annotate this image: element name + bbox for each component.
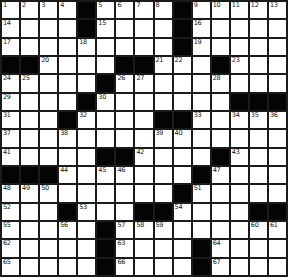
- white-cell[interactable]: [231, 130, 248, 146]
- white-cell[interactable]: 25: [21, 75, 38, 91]
- white-cell[interactable]: [212, 222, 229, 238]
- white-cell[interactable]: [174, 240, 191, 256]
- white-cell[interactable]: [155, 167, 172, 183]
- white-cell[interactable]: [250, 39, 267, 55]
- white-cell[interactable]: [250, 259, 267, 275]
- white-cell[interactable]: [135, 39, 152, 55]
- white-cell[interactable]: [78, 149, 95, 165]
- black-cell: [155, 112, 172, 128]
- white-cell[interactable]: [40, 240, 57, 256]
- clue-number: 52: [3, 204, 11, 211]
- white-cell[interactable]: 12: [250, 2, 267, 18]
- clue-number: 17: [3, 39, 11, 46]
- clue-number: 66: [117, 259, 125, 266]
- white-cell[interactable]: [269, 130, 286, 146]
- white-cell[interactable]: [40, 259, 57, 275]
- white-cell[interactable]: 23: [231, 57, 248, 73]
- white-cell[interactable]: [59, 259, 76, 275]
- clue-number: 5: [98, 2, 102, 9]
- white-cell[interactable]: 67: [212, 259, 229, 275]
- white-cell[interactable]: [269, 167, 286, 183]
- white-cell[interactable]: [116, 39, 133, 55]
- clue-number: 63: [117, 240, 125, 247]
- clue-number: 1: [3, 2, 7, 9]
- white-cell[interactable]: 36: [269, 112, 286, 128]
- white-cell[interactable]: [174, 94, 191, 110]
- clue-number: 62: [3, 240, 11, 247]
- white-cell[interactable]: 34: [231, 112, 248, 128]
- white-cell[interactable]: 57: [116, 222, 133, 238]
- clue-number: 56: [60, 222, 68, 229]
- white-cell[interactable]: 59: [155, 222, 172, 238]
- white-cell[interactable]: 41: [2, 149, 19, 165]
- clue-number: 37: [3, 130, 11, 137]
- white-cell[interactable]: [269, 75, 286, 91]
- white-cell[interactable]: 48: [2, 185, 19, 201]
- white-cell[interactable]: [155, 94, 172, 110]
- white-cell[interactable]: [212, 20, 229, 36]
- white-cell[interactable]: [231, 39, 248, 55]
- clue-number: 50: [41, 185, 49, 192]
- clue-number: 26: [117, 75, 125, 82]
- white-cell[interactable]: [21, 259, 38, 275]
- black-cell: [97, 75, 114, 91]
- white-cell[interactable]: 49: [21, 185, 38, 201]
- clue-number: 34: [232, 112, 240, 119]
- crossword-grid: 1234567891011121314151617181920212223242…: [0, 0, 288, 277]
- white-cell[interactable]: 51: [193, 185, 210, 201]
- white-cell[interactable]: 10: [212, 2, 229, 18]
- clue-number: 61: [270, 222, 278, 229]
- white-cell[interactable]: [135, 240, 152, 256]
- white-cell[interactable]: 52: [2, 204, 19, 220]
- black-cell: [193, 259, 210, 275]
- white-cell[interactable]: [21, 130, 38, 146]
- clue-number: 2: [22, 2, 26, 9]
- clue-number: 49: [22, 185, 30, 192]
- white-cell[interactable]: [116, 185, 133, 201]
- white-cell[interactable]: 65: [2, 259, 19, 275]
- white-cell[interactable]: 62: [2, 240, 19, 256]
- white-cell[interactable]: 1: [2, 2, 19, 18]
- white-cell[interactable]: [193, 222, 210, 238]
- white-cell[interactable]: [231, 185, 248, 201]
- black-cell: [78, 94, 95, 110]
- white-cell[interactable]: 44: [59, 167, 76, 183]
- white-cell[interactable]: [135, 112, 152, 128]
- white-cell[interactable]: [21, 222, 38, 238]
- white-cell[interactable]: [59, 39, 76, 55]
- white-cell[interactable]: [193, 94, 210, 110]
- white-cell[interactable]: 8: [155, 2, 172, 18]
- white-cell[interactable]: 50: [40, 185, 57, 201]
- clue-number: 60: [251, 222, 259, 229]
- white-cell[interactable]: [97, 57, 114, 73]
- white-cell[interactable]: 35: [250, 112, 267, 128]
- white-cell[interactable]: [155, 149, 172, 165]
- white-cell[interactable]: 33: [193, 112, 210, 128]
- white-cell[interactable]: 37: [2, 130, 19, 146]
- white-cell[interactable]: [250, 185, 267, 201]
- black-cell: [2, 57, 19, 73]
- white-cell[interactable]: [78, 130, 95, 146]
- white-cell[interactable]: [21, 94, 38, 110]
- white-cell[interactable]: [116, 130, 133, 146]
- white-cell[interactable]: 54: [174, 204, 191, 220]
- white-cell[interactable]: 53: [78, 204, 95, 220]
- black-cell: [135, 204, 152, 220]
- white-cell[interactable]: [155, 39, 172, 55]
- clue-number: 10: [213, 2, 221, 9]
- black-cell: [269, 94, 286, 110]
- clue-number: 40: [175, 130, 183, 137]
- clue-number: 22: [175, 57, 183, 64]
- white-cell[interactable]: [40, 20, 57, 36]
- white-cell[interactable]: [40, 112, 57, 128]
- black-cell: [21, 57, 38, 73]
- white-cell[interactable]: 20: [40, 57, 57, 73]
- clue-number: 36: [270, 112, 278, 119]
- white-cell[interactable]: 27: [135, 75, 152, 91]
- clue-number: 7: [136, 2, 140, 9]
- clue-number: 55: [3, 222, 11, 229]
- white-cell[interactable]: [250, 75, 267, 91]
- black-cell: [2, 167, 19, 183]
- white-cell[interactable]: [40, 204, 57, 220]
- black-cell: [174, 39, 191, 55]
- white-cell[interactable]: [269, 240, 286, 256]
- clue-number: 29: [3, 94, 11, 101]
- white-cell[interactable]: [250, 20, 267, 36]
- white-cell[interactable]: [135, 130, 152, 146]
- white-cell[interactable]: 22: [174, 57, 191, 73]
- white-cell[interactable]: [135, 94, 152, 110]
- white-cell[interactable]: [78, 75, 95, 91]
- clue-number: 30: [98, 94, 106, 101]
- black-cell: [78, 20, 95, 36]
- white-cell[interactable]: [59, 94, 76, 110]
- white-cell[interactable]: [21, 20, 38, 36]
- black-cell: [97, 149, 114, 165]
- clue-number: 53: [79, 204, 87, 211]
- white-cell[interactable]: 43: [231, 149, 248, 165]
- white-cell[interactable]: [59, 240, 76, 256]
- white-cell[interactable]: [250, 167, 267, 183]
- white-cell[interactable]: [155, 20, 172, 36]
- white-cell[interactable]: 28: [212, 75, 229, 91]
- clue-number: 13: [270, 2, 278, 9]
- black-cell: [250, 204, 267, 220]
- clue-number: 16: [194, 20, 202, 27]
- clue-number: 51: [194, 185, 202, 192]
- white-cell[interactable]: [231, 240, 248, 256]
- white-cell[interactable]: [59, 57, 76, 73]
- white-cell[interactable]: [21, 149, 38, 165]
- white-cell[interactable]: [21, 240, 38, 256]
- white-cell[interactable]: 11: [231, 2, 248, 18]
- clue-number: 25: [22, 75, 30, 82]
- white-cell[interactable]: [212, 185, 229, 201]
- white-cell[interactable]: [250, 130, 267, 146]
- white-cell[interactable]: [155, 259, 172, 275]
- white-cell[interactable]: [116, 204, 133, 220]
- clue-number: 18: [79, 39, 87, 46]
- black-cell: [174, 20, 191, 36]
- black-cell: [97, 259, 114, 275]
- white-cell[interactable]: [78, 57, 95, 73]
- clue-number: 32: [79, 112, 87, 119]
- clue-number: 19: [194, 39, 202, 46]
- clue-number: 39: [156, 130, 164, 137]
- white-cell[interactable]: [269, 259, 286, 275]
- white-cell[interactable]: [135, 20, 152, 36]
- black-cell: [59, 112, 76, 128]
- black-cell: [116, 57, 133, 73]
- white-cell[interactable]: [40, 94, 57, 110]
- white-cell[interactable]: [59, 149, 76, 165]
- white-cell[interactable]: 58: [135, 222, 152, 238]
- black-cell: [231, 94, 248, 110]
- white-cell[interactable]: 4: [59, 2, 76, 18]
- white-cell[interactable]: [78, 240, 95, 256]
- clue-number: 9: [194, 2, 198, 9]
- clue-number: 57: [117, 222, 125, 229]
- clue-number: 38: [60, 130, 68, 137]
- clue-number: 33: [194, 112, 202, 119]
- white-cell[interactable]: [193, 204, 210, 220]
- white-cell[interactable]: [193, 130, 210, 146]
- white-cell[interactable]: [250, 57, 267, 73]
- white-cell[interactable]: 16: [193, 20, 210, 36]
- clue-number: 8: [156, 2, 160, 9]
- white-cell[interactable]: [40, 39, 57, 55]
- clue-number: 58: [136, 222, 144, 229]
- white-cell[interactable]: [78, 185, 95, 201]
- white-cell[interactable]: [193, 57, 210, 73]
- white-cell[interactable]: 42: [135, 149, 152, 165]
- black-cell: [174, 2, 191, 18]
- white-cell[interactable]: [269, 57, 286, 73]
- clue-number: 23: [232, 57, 240, 64]
- white-cell[interactable]: [135, 167, 152, 183]
- white-cell[interactable]: 7: [135, 2, 152, 18]
- clue-number: 14: [3, 20, 11, 27]
- clue-number: 6: [117, 2, 121, 9]
- white-cell[interactable]: 18: [78, 39, 95, 55]
- white-cell[interactable]: [78, 222, 95, 238]
- white-cell[interactable]: [193, 149, 210, 165]
- white-cell[interactable]: [116, 112, 133, 128]
- white-cell[interactable]: 14: [2, 20, 19, 36]
- white-cell[interactable]: [231, 259, 248, 275]
- white-cell[interactable]: [59, 185, 76, 201]
- white-cell[interactable]: 60: [250, 222, 267, 238]
- clue-number: 4: [60, 2, 64, 9]
- white-cell[interactable]: 3: [40, 2, 57, 18]
- clue-number: 11: [232, 2, 240, 9]
- white-cell[interactable]: [78, 167, 95, 183]
- clue-number: 47: [213, 167, 221, 174]
- white-cell[interactable]: [212, 204, 229, 220]
- black-cell: [212, 57, 229, 73]
- black-cell: [250, 94, 267, 110]
- black-cell: [116, 149, 133, 165]
- clue-number: 42: [136, 149, 144, 156]
- white-cell[interactable]: [155, 75, 172, 91]
- white-cell[interactable]: [212, 94, 229, 110]
- white-cell[interactable]: 56: [59, 222, 76, 238]
- white-cell[interactable]: 46: [116, 167, 133, 183]
- clue-number: 67: [213, 259, 221, 266]
- clue-number: 48: [3, 185, 11, 192]
- clue-number: 24: [3, 75, 11, 82]
- white-cell[interactable]: [97, 130, 114, 146]
- white-cell[interactable]: [97, 185, 114, 201]
- clue-number: 44: [60, 167, 68, 174]
- white-cell[interactable]: 47: [212, 167, 229, 183]
- white-cell[interactable]: [174, 167, 191, 183]
- white-cell[interactable]: 63: [116, 240, 133, 256]
- white-cell[interactable]: 55: [2, 222, 19, 238]
- white-cell[interactable]: [40, 75, 57, 91]
- black-cell: [193, 240, 210, 256]
- white-cell[interactable]: 39: [155, 130, 172, 146]
- clue-number: 3: [41, 2, 45, 9]
- white-cell[interactable]: 64: [212, 240, 229, 256]
- white-cell[interactable]: [40, 149, 57, 165]
- clue-number: 21: [156, 57, 164, 64]
- white-cell[interactable]: [174, 75, 191, 91]
- white-cell[interactable]: 38: [59, 130, 76, 146]
- black-cell: [40, 167, 57, 183]
- white-cell[interactable]: [212, 39, 229, 55]
- white-cell[interactable]: [174, 259, 191, 275]
- white-cell[interactable]: [21, 112, 38, 128]
- black-cell: [193, 167, 210, 183]
- clue-number: 35: [251, 112, 259, 119]
- white-cell[interactable]: [116, 20, 133, 36]
- clue-number: 41: [3, 149, 11, 156]
- black-cell: [59, 204, 76, 220]
- black-cell: [135, 57, 152, 73]
- white-cell[interactable]: [59, 20, 76, 36]
- white-cell[interactable]: [193, 75, 210, 91]
- white-cell[interactable]: [155, 240, 172, 256]
- white-cell[interactable]: 6: [116, 2, 133, 18]
- white-cell[interactable]: [135, 259, 152, 275]
- black-cell: [97, 240, 114, 256]
- clue-number: 43: [232, 149, 240, 156]
- white-cell[interactable]: [21, 39, 38, 55]
- black-cell: [174, 185, 191, 201]
- white-cell[interactable]: [269, 20, 286, 36]
- white-cell[interactable]: 5: [97, 2, 114, 18]
- white-cell[interactable]: 21: [155, 57, 172, 73]
- black-cell: [21, 167, 38, 183]
- white-cell[interactable]: [116, 94, 133, 110]
- white-cell[interactable]: 9: [193, 2, 210, 18]
- black-cell: [269, 204, 286, 220]
- clue-number: 27: [136, 75, 144, 82]
- white-cell[interactable]: [59, 75, 76, 91]
- black-cell: [78, 2, 95, 18]
- white-cell[interactable]: 61: [269, 222, 286, 238]
- white-cell[interactable]: [174, 149, 191, 165]
- white-cell[interactable]: [21, 204, 38, 220]
- white-cell[interactable]: 30: [97, 94, 114, 110]
- white-cell[interactable]: 26: [116, 75, 133, 91]
- clue-number: 31: [3, 112, 11, 119]
- white-cell[interactable]: [174, 222, 191, 238]
- white-cell[interactable]: [97, 39, 114, 55]
- black-cell: [97, 222, 114, 238]
- white-cell[interactable]: 32: [78, 112, 95, 128]
- white-cell[interactable]: 66: [116, 259, 133, 275]
- white-cell[interactable]: [40, 222, 57, 238]
- white-cell[interactable]: [269, 39, 286, 55]
- white-cell[interactable]: [40, 130, 57, 146]
- black-cell: [174, 112, 191, 128]
- clue-number: 64: [213, 240, 221, 247]
- white-cell[interactable]: [212, 130, 229, 146]
- clue-number: 20: [41, 57, 49, 64]
- white-cell[interactable]: [231, 75, 248, 91]
- white-cell[interactable]: 31: [2, 112, 19, 128]
- white-cell[interactable]: 45: [97, 167, 114, 183]
- white-cell[interactable]: [97, 204, 114, 220]
- white-cell[interactable]: [212, 112, 229, 128]
- clue-number: 45: [98, 167, 106, 174]
- clue-number: 46: [117, 167, 125, 174]
- white-cell[interactable]: 15: [97, 20, 114, 36]
- white-cell[interactable]: 29: [2, 94, 19, 110]
- white-cell[interactable]: [269, 149, 286, 165]
- white-cell[interactable]: 17: [2, 39, 19, 55]
- white-cell[interactable]: [231, 20, 248, 36]
- white-cell[interactable]: [231, 222, 248, 238]
- white-cell[interactable]: [135, 185, 152, 201]
- white-cell[interactable]: 40: [174, 130, 191, 146]
- white-cell[interactable]: 13: [269, 2, 286, 18]
- white-cell[interactable]: [250, 149, 267, 165]
- white-cell[interactable]: 19: [193, 39, 210, 55]
- clue-number: 65: [3, 259, 11, 266]
- clue-number: 59: [156, 222, 164, 229]
- white-cell[interactable]: 24: [2, 75, 19, 91]
- black-cell: [212, 149, 229, 165]
- clue-number: 12: [251, 2, 259, 9]
- white-cell[interactable]: [250, 240, 267, 256]
- white-cell[interactable]: [231, 167, 248, 183]
- white-cell[interactable]: [231, 204, 248, 220]
- clue-number: 28: [213, 75, 221, 82]
- white-cell[interactable]: [97, 112, 114, 128]
- white-cell[interactable]: [78, 259, 95, 275]
- clue-number: 54: [175, 204, 183, 211]
- white-cell[interactable]: [155, 185, 172, 201]
- clue-number: 15: [98, 20, 106, 27]
- white-cell[interactable]: 2: [21, 2, 38, 18]
- black-cell: [155, 204, 172, 220]
- white-cell[interactable]: [269, 185, 286, 201]
